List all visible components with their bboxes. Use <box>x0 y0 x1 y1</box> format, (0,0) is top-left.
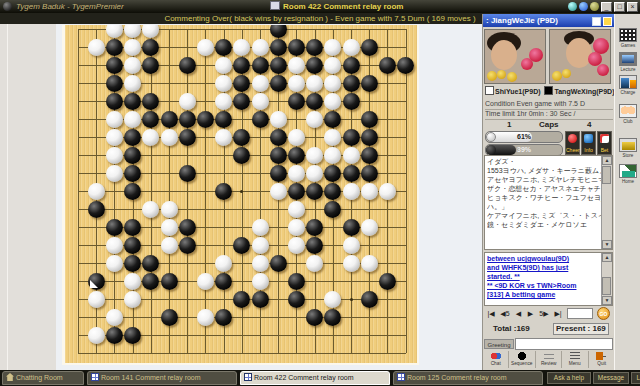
move-number-input[interactable] <box>567 308 593 319</box>
sequence-button[interactable]: Sequence <box>509 351 535 368</box>
system-messages: between ucjgwoulau(9D)and WHFK5(9D) has … <box>487 254 601 299</box>
stone-black <box>179 219 196 236</box>
stone-black <box>142 39 159 56</box>
stone-black <box>179 111 196 128</box>
captures-row: 1 Caps 4 <box>483 119 614 130</box>
board-area <box>56 24 482 370</box>
stone-black <box>124 93 141 110</box>
stone-black <box>343 75 360 92</box>
stone-white <box>197 273 214 290</box>
stone-white <box>324 75 341 92</box>
black-bar-percent: 39% <box>486 145 562 155</box>
stone-black <box>361 129 378 146</box>
stone-black <box>88 273 105 290</box>
app-icon <box>3 2 12 11</box>
menu-button[interactable]: Menu <box>562 351 588 368</box>
stone-white <box>106 25 123 38</box>
stone-black <box>179 129 196 146</box>
greeting-label: Greeting <box>484 339 514 349</box>
window-controls: _ □ × <box>568 1 638 12</box>
info-icon <box>584 134 593 143</box>
stone-white <box>88 183 105 200</box>
commentary-text: イダズ・1553ヨウハ, メダサ・キーラニ藪ムノチハユウ。。」 アセヤヨフニホ,… <box>487 157 601 229</box>
stone-white <box>197 39 214 56</box>
flower-decoration <box>507 72 517 82</box>
stone-white <box>215 57 232 74</box>
stone-white <box>252 39 269 56</box>
stone-black <box>324 111 341 128</box>
stone-black <box>161 111 178 128</box>
stone-black <box>142 273 159 290</box>
black-captures: 4 <box>587 119 591 130</box>
star-point <box>350 298 353 301</box>
stone-white <box>142 201 159 218</box>
tab-chatting-room[interactable]: Chatting Room <box>2 371 84 385</box>
stone-black <box>270 165 287 182</box>
stone-black <box>270 75 287 92</box>
stone-white <box>343 255 360 272</box>
stone-black <box>343 57 360 74</box>
panel-buttons: Chat Sequence Review Menu Quit <box>483 351 614 368</box>
stone-black <box>343 165 360 182</box>
stone-black <box>397 57 414 74</box>
stone-black <box>361 165 378 182</box>
stone-white <box>306 75 323 92</box>
grid-line <box>78 353 406 354</box>
stone-black <box>324 165 341 182</box>
stone-white <box>288 219 305 236</box>
stone-black <box>142 111 159 128</box>
left-margin <box>0 24 57 370</box>
quit-button[interactable]: Quit <box>589 351 614 368</box>
stone-white <box>288 201 305 218</box>
stone-black <box>270 25 287 38</box>
stone-white <box>215 129 232 146</box>
stone-white <box>252 273 269 290</box>
stone-black <box>161 309 178 326</box>
stone-black <box>233 129 250 146</box>
scrollbar[interactable]: ▲ ▼ <box>601 253 612 305</box>
grid-line <box>78 209 406 210</box>
stone-white <box>324 57 341 74</box>
white-bar-knob[interactable] <box>486 132 496 142</box>
stone-black <box>124 327 141 344</box>
board-tab-icon <box>244 373 252 381</box>
quick-launch-icon-2[interactable] <box>579 2 588 11</box>
photo-decoration <box>566 38 592 68</box>
bet-label: Bet <box>598 147 611 153</box>
home-icon <box>619 164 637 178</box>
review-icon <box>544 352 554 360</box>
stone-black <box>306 39 323 56</box>
stone-black <box>124 219 141 236</box>
black-bar-knob[interactable] <box>486 145 496 155</box>
player-names-row: ShiYue1(P9D) TangWeXing(P9D) <box>483 86 614 98</box>
flower-decoration <box>562 69 571 78</box>
stone-white <box>124 39 141 56</box>
title-room: Room 422 Comment relay room <box>270 0 403 13</box>
stone-white <box>215 93 232 110</box>
rose-decoration <box>521 58 533 70</box>
stone-black <box>361 111 378 128</box>
stone-black <box>288 93 305 110</box>
quit-icon <box>596 352 606 360</box>
stone-black <box>106 219 123 236</box>
panel-header: : JiangWeJie (P9D) <box>483 14 614 27</box>
chat-button[interactable]: Chat <box>483 351 509 368</box>
stone-white <box>161 219 178 236</box>
stone-black <box>288 273 305 290</box>
stone-white <box>142 129 159 146</box>
stone-white <box>124 273 141 290</box>
info-label: Info <box>582 147 595 153</box>
stone-white <box>361 255 378 272</box>
sequence-icon <box>517 352 527 360</box>
commentary-pane[interactable]: イダズ・1553ヨウハ, メダサ・キーラニ藪ムノチハユウ。。」 アセヤヨフニホ,… <box>484 155 613 250</box>
stone-black <box>233 237 250 254</box>
scroll-down-arrow[interactable]: ▼ <box>602 296 612 305</box>
stone-black <box>215 39 232 56</box>
stone-black <box>306 237 323 254</box>
toolbar-games[interactable]: Games <box>616 28 640 48</box>
stone-black <box>124 237 141 254</box>
stone-black <box>324 201 341 218</box>
stone-black <box>252 111 269 128</box>
stone-black <box>88 201 105 218</box>
white-captures: 1 <box>507 119 511 130</box>
stone-white <box>88 327 105 344</box>
scroll-down-arrow[interactable]: ▼ <box>602 240 612 249</box>
tab-room-125[interactable]: Room 125 Comment relay room <box>393 371 543 385</box>
stone-white <box>142 25 159 38</box>
stone-black <box>270 39 287 56</box>
stone-white <box>88 291 105 308</box>
menu-label: Menu <box>563 360 587 366</box>
stone-white <box>288 165 305 182</box>
home-tab-icon <box>6 373 14 381</box>
greeting-input[interactable] <box>515 338 613 350</box>
white-player-name: ShiYue1(P9D) <box>495 88 541 95</box>
stone-white <box>233 39 250 56</box>
stone-white <box>343 39 360 56</box>
stone-white <box>288 57 305 74</box>
stone-black <box>233 75 250 92</box>
quick-launch-icon-3[interactable] <box>590 2 599 11</box>
application-window: Tygem Baduk - TygemPremier Room 422 Comm… <box>0 0 640 386</box>
stone-white <box>324 39 341 56</box>
stone-black <box>106 327 123 344</box>
white-support-bar[interactable]: 61% <box>485 131 563 143</box>
stone-white <box>252 93 269 110</box>
stone-white <box>270 111 287 128</box>
ask-a-help-button[interactable]: Ask a help <box>547 372 591 384</box>
go-button[interactable]: GO <box>597 307 610 320</box>
stone-white <box>288 75 305 92</box>
stone-white <box>124 57 141 74</box>
captures-label: Caps <box>539 119 559 130</box>
stone-white <box>252 237 269 254</box>
lecture-label: Lecture <box>617 66 639 71</box>
stone-white <box>161 201 178 218</box>
stone-black <box>306 309 323 326</box>
game-info-panel: : JiangWeJie (P9D) ShiY <box>482 14 614 370</box>
minimize-button[interactable]: _ <box>601 2 612 12</box>
stone-black <box>361 147 378 164</box>
stone-black <box>215 309 232 326</box>
tab-room-141[interactable]: Room 141 Comment relay room <box>87 371 237 385</box>
charge-icon <box>619 75 637 89</box>
lecture-icon <box>619 52 637 66</box>
stone-black <box>288 147 305 164</box>
present-move: Present : 169 <box>553 323 609 335</box>
nav-last-button[interactable]: ▶| <box>552 308 564 319</box>
white-bar-percent: 61% <box>486 132 562 142</box>
stone-black <box>361 75 378 92</box>
photo-decoration <box>491 40 517 70</box>
stone-black <box>306 183 323 200</box>
nav-forward5-button[interactable]: 5▶ <box>537 308 551 319</box>
stone-black <box>379 273 396 290</box>
stone-black <box>179 57 196 74</box>
club-icon <box>619 104 637 118</box>
black-player-name: TangWeXing(P9D) <box>554 88 614 95</box>
star-point <box>240 190 243 193</box>
stone-white <box>288 129 305 146</box>
stone-black <box>197 111 214 128</box>
stone-black <box>233 147 250 164</box>
stone-black <box>106 93 123 110</box>
stone-white <box>106 165 123 182</box>
stone-white <box>324 93 341 110</box>
player-photos <box>483 28 614 86</box>
stone-black <box>215 183 232 200</box>
grid-line <box>406 29 407 353</box>
scroll-up-arrow[interactable]: ▲ <box>602 156 612 165</box>
tab-label: Room 125 Comment relay room <box>407 374 507 381</box>
cheer-button[interactable]: Cheer <box>565 131 580 155</box>
tab-label: Room 422 Comment relay room <box>254 374 354 381</box>
stone-black <box>379 57 396 74</box>
nav-forward-button[interactable]: ▶ <box>525 308 536 319</box>
stone-white <box>324 147 341 164</box>
black-stone-icon <box>544 86 553 95</box>
stone-white <box>252 219 269 236</box>
room-icon <box>270 1 280 10</box>
club-label: Club <box>617 118 639 123</box>
stone-white <box>324 291 341 308</box>
stone-white <box>88 39 105 56</box>
flower-decoration <box>487 71 497 81</box>
stone-black <box>252 291 269 308</box>
stone-white <box>270 183 287 200</box>
move-totals: Total :169 Present : 169 <box>485 323 613 335</box>
title-room-label: Room 422 Comment relay room <box>283 2 403 11</box>
stone-white <box>124 111 141 128</box>
stone-white <box>106 147 123 164</box>
board-tab-icon <box>397 373 405 381</box>
panel-header-icon-2[interactable] <box>592 17 601 26</box>
stone-black <box>306 219 323 236</box>
stone-black <box>124 255 141 272</box>
stone-white <box>306 147 323 164</box>
stone-black <box>142 93 159 110</box>
review-label: Review <box>536 360 560 366</box>
scroll-thumb[interactable] <box>602 166 611 184</box>
stone-black <box>233 291 250 308</box>
scroll-thumb[interactable] <box>602 277 611 295</box>
stone-white <box>306 255 323 272</box>
stone-white <box>179 93 196 110</box>
dice-icon <box>600 134 609 143</box>
stone-black <box>361 291 378 308</box>
total-moves: Total :169 <box>493 323 530 335</box>
charge-label: Charge <box>617 89 639 94</box>
stone-black <box>361 39 378 56</box>
stone-black <box>343 129 360 146</box>
stone-black <box>142 57 159 74</box>
board-tab-icon <box>91 373 99 381</box>
close-button[interactable]: × <box>627 2 638 12</box>
stone-white <box>106 309 123 326</box>
tab-room-422[interactable]: Room 422 Comment relay room <box>240 371 390 385</box>
stone-black <box>179 165 196 182</box>
stone-white <box>124 25 141 38</box>
stone-white <box>288 237 305 254</box>
white-player-photo <box>484 29 546 84</box>
stone-white <box>252 75 269 92</box>
chat-label: Chat <box>484 360 508 366</box>
stone-black <box>233 93 250 110</box>
chat-icon <box>491 352 501 360</box>
stone-white <box>161 129 178 146</box>
support-bars: 61% 39% Cheer Info Bet <box>485 131 613 157</box>
stone-black <box>142 255 159 272</box>
stone-white <box>324 129 341 146</box>
stone-black <box>215 111 232 128</box>
stone-black <box>252 57 269 74</box>
system-message-pane[interactable]: between ucjgwoulau(9D)and WHFK5(9D) has … <box>484 252 613 306</box>
stone-black <box>179 237 196 254</box>
stone-black <box>324 309 341 326</box>
stone-white <box>124 291 141 308</box>
sequence-label: Sequence <box>510 360 534 366</box>
stone-white <box>343 237 360 254</box>
stone-white <box>106 129 123 146</box>
stone-black <box>343 219 360 236</box>
stone-black <box>124 129 141 146</box>
store-icon <box>619 138 637 152</box>
stone-white <box>106 111 123 128</box>
quit-label: Quit <box>589 360 613 366</box>
greeting-row: Greeting <box>484 338 614 350</box>
quick-launch-icon-1[interactable] <box>568 2 577 11</box>
stone-black <box>288 39 305 56</box>
nav-back5-button[interactable]: ◀5 <box>498 308 512 319</box>
stone-black <box>306 93 323 110</box>
toolbar-lecture[interactable]: Lecture <box>616 52 640 72</box>
stone-white <box>106 237 123 254</box>
stone-black <box>124 147 141 164</box>
go-board[interactable] <box>62 25 419 365</box>
games-icon <box>619 28 637 42</box>
stone-black <box>270 57 287 74</box>
scroll-up-arrow[interactable]: ▲ <box>602 253 612 262</box>
stone-white <box>343 183 360 200</box>
commentator-name: : JiangWeJie (P9D) <box>486 16 558 25</box>
stone-black <box>106 39 123 56</box>
title-bar: Tygem Baduk - TygemPremier Room 422 Comm… <box>0 0 640 13</box>
maximize-button[interactable]: □ <box>614 2 625 12</box>
bet-button[interactable]: Bet <box>597 131 612 155</box>
info-button[interactable]: Info <box>581 131 596 155</box>
stone-white <box>361 183 378 200</box>
stone-white <box>197 309 214 326</box>
nav-back-button[interactable]: ◀ <box>513 308 524 319</box>
toolbar-home[interactable]: Home <box>616 164 640 184</box>
log-out-button[interactable]: Log Out <box>631 372 640 384</box>
stone-black <box>343 93 360 110</box>
review-button[interactable]: Review <box>536 351 562 368</box>
stone-black <box>306 57 323 74</box>
stone-black <box>124 165 141 182</box>
stone-black <box>324 183 341 200</box>
scrollbar[interactable]: ▲ ▼ <box>601 156 612 249</box>
flower-decoration <box>552 71 562 81</box>
stone-black <box>270 255 287 272</box>
menu-icon <box>570 352 580 360</box>
stone-black <box>215 273 232 290</box>
stone-white <box>306 165 323 182</box>
cheer-ball-icon <box>568 134 577 143</box>
flower-decoration <box>497 70 506 79</box>
side-toolbar: Games Lecture Charge Club Store Home <box>614 14 640 370</box>
toolbar-charge[interactable]: Charge <box>616 75 640 95</box>
stone-white <box>252 255 269 272</box>
stone-white <box>215 75 232 92</box>
toolbar-club[interactable]: Club <box>616 104 640 124</box>
stone-white <box>379 183 396 200</box>
nav-first-button[interactable]: |◀ <box>485 308 497 319</box>
home-label: Home <box>617 178 639 183</box>
games-label: Games <box>617 42 639 47</box>
black-player-photo <box>549 29 611 84</box>
stone-white <box>306 111 323 128</box>
stone-black <box>106 57 123 74</box>
window-title: Tygem Baduk - TygemPremier <box>16 0 124 13</box>
cheer-label: Cheer <box>566 147 579 153</box>
rose-decoration <box>597 64 609 76</box>
panel-header-icon-1[interactable] <box>603 17 612 26</box>
tab-label: Chatting Room <box>16 374 63 381</box>
white-stone-icon <box>485 86 494 95</box>
stone-black <box>233 57 250 74</box>
stone-white <box>343 147 360 164</box>
store-label: Store <box>617 152 639 157</box>
stone-white <box>215 255 232 272</box>
taskbar: Chatting Room Room 141 Comment relay roo… <box>0 370 640 386</box>
toolbar-store[interactable]: Store <box>616 138 640 158</box>
message-button[interactable]: Message <box>593 372 629 384</box>
stone-black <box>161 273 178 290</box>
stone-black <box>124 183 141 200</box>
stone-white <box>161 237 178 254</box>
last-move-marker <box>90 280 98 288</box>
stone-black <box>106 75 123 92</box>
stone-white <box>106 255 123 272</box>
grid-line <box>78 317 406 318</box>
stone-black <box>270 129 287 146</box>
stone-black <box>270 147 287 164</box>
